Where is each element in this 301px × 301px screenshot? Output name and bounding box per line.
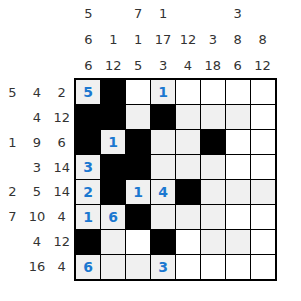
cell-r2c5[interactable] <box>176 105 200 129</box>
cell-r5c4[interactable]: 4 <box>151 180 175 204</box>
cell-r7c6[interactable] <box>201 230 225 254</box>
cell-r5c2[interactable] <box>101 180 125 204</box>
top-clue-c5-band3: 4 <box>176 52 201 78</box>
cell-r3c7[interactable] <box>226 130 250 154</box>
cell-r8c4[interactable]: 3 <box>151 255 175 279</box>
left-clue-r7-band2: 4 <box>25 229 50 254</box>
left-clue-r5-band2: 5 <box>25 180 50 205</box>
cell-r7c1[interactable] <box>76 230 100 254</box>
cell-r8c8[interactable] <box>251 255 275 279</box>
cell-r6c7[interactable] <box>226 205 250 229</box>
top-clue-c4-band3: 3 <box>151 52 176 78</box>
cell-r2c2[interactable] <box>101 105 125 129</box>
left-clue-r3-band1: 1 <box>0 130 25 155</box>
cell-r5c5[interactable] <box>176 180 200 204</box>
solved-digit: 4 <box>158 184 168 200</box>
left-clue-r5-band3: 14 <box>49 180 74 205</box>
cell-r4c2[interactable] <box>101 155 125 179</box>
solved-digit: 6 <box>83 259 93 275</box>
left-clue-r2-band3: 12 <box>49 105 74 130</box>
cell-r6c6[interactable] <box>201 205 225 229</box>
top-clue-c2-band2: 1 <box>101 26 126 52</box>
top-clue-c1-band2: 6 <box>76 26 101 52</box>
top-clue-c7-band3: 6 <box>225 52 250 78</box>
top-clue-c4-band1: 1 <box>151 0 176 26</box>
top-clue-c2-band3: 12 <box>101 52 126 78</box>
left-clue-r1-band2: 4 <box>25 80 50 105</box>
cell-r1c2[interactable] <box>101 80 125 104</box>
left-clue-r4-band2: 3 <box>25 155 50 180</box>
top-clue-c1-band3: 6 <box>76 52 101 78</box>
top-clue-c5-band2: 12 <box>176 26 201 52</box>
left-clue-r8-band1 <box>0 254 25 279</box>
solved-digit: 2 <box>83 184 93 200</box>
left-clue-r8-band2: 16 <box>25 254 50 279</box>
cell-r8c6[interactable] <box>201 255 225 279</box>
cell-r6c3[interactable] <box>126 205 150 229</box>
cell-r5c8[interactable] <box>251 180 275 204</box>
cell-r3c6[interactable] <box>201 130 225 154</box>
cell-r7c4[interactable] <box>151 230 175 254</box>
cell-r5c6[interactable] <box>201 180 225 204</box>
cell-r1c5[interactable] <box>176 80 200 104</box>
cell-r4c4[interactable] <box>151 155 175 179</box>
top-clue-c8-band2: 8 <box>250 26 275 52</box>
cell-r6c1[interactable]: 1 <box>76 205 100 229</box>
top-clue-c7-band2: 8 <box>225 26 250 52</box>
top-clue-c6-band3: 18 <box>200 52 225 78</box>
cell-r6c4[interactable] <box>151 205 175 229</box>
solved-digit: 3 <box>83 159 93 175</box>
solved-digit: 1 <box>83 209 93 225</box>
cell-r7c3[interactable] <box>126 230 150 254</box>
cell-r1c8[interactable] <box>251 80 275 104</box>
cell-r8c5[interactable] <box>176 255 200 279</box>
cell-r4c5[interactable] <box>176 155 200 179</box>
cell-r2c4[interactable] <box>151 105 175 129</box>
left-clue-r8-band3: 4 <box>49 254 74 279</box>
cell-r2c8[interactable] <box>251 105 275 129</box>
cell-r8c7[interactable] <box>226 255 250 279</box>
cell-r2c6[interactable] <box>201 105 225 129</box>
top-clue-c5-band1 <box>176 0 201 26</box>
cell-r5c7[interactable] <box>226 180 250 204</box>
cell-r2c1[interactable] <box>76 105 100 129</box>
left-clue-r2-band2: 4 <box>25 105 50 130</box>
cell-r4c1[interactable]: 3 <box>76 155 100 179</box>
solved-digit: 3 <box>158 259 168 275</box>
cell-r3c2[interactable]: 1 <box>101 130 125 154</box>
cell-r7c5[interactable] <box>176 230 200 254</box>
cell-r3c8[interactable] <box>251 130 275 154</box>
top-clue-c6-band1 <box>200 0 225 26</box>
solved-digit: 5 <box>83 84 93 100</box>
left-clue-r7-band3: 12 <box>49 229 74 254</box>
cell-r1c3[interactable] <box>126 80 150 104</box>
top-clue-c8-band3: 12 <box>250 52 275 78</box>
left-clue-r3-band2: 9 <box>25 130 50 155</box>
top-clue-c4-band2: 17 <box>151 26 176 52</box>
top-clue-c1-band1: 5 <box>76 0 101 26</box>
cell-r8c3[interactable] <box>126 255 150 279</box>
cell-r5c1[interactable]: 2 <box>76 180 100 204</box>
left-clue-r7-band1 <box>0 229 25 254</box>
cell-r4c6[interactable] <box>201 155 225 179</box>
cell-r4c3[interactable] <box>126 155 150 179</box>
cell-r3c1[interactable] <box>76 130 100 154</box>
top-clue-c3-band1: 7 <box>126 0 151 26</box>
top-clue-c3-band3: 5 <box>126 52 151 78</box>
cell-r1c4[interactable]: 1 <box>151 80 175 104</box>
cell-r8c1[interactable]: 6 <box>76 255 100 279</box>
cell-r3c4[interactable] <box>151 130 175 154</box>
top-clue-c7-band1: 3 <box>225 0 250 26</box>
left-clue-r6-band2: 10 <box>25 204 50 229</box>
cell-r1c7[interactable] <box>226 80 250 104</box>
left-clue-r2-band1 <box>0 105 25 130</box>
left-clue-r3-band3: 6 <box>49 130 74 155</box>
cell-r5c3[interactable]: 1 <box>126 180 150 204</box>
cell-r8c2[interactable] <box>101 255 125 279</box>
cell-r7c2[interactable] <box>101 230 125 254</box>
cell-r2c7[interactable] <box>226 105 250 129</box>
left-clue-r6-band3: 4 <box>49 204 74 229</box>
japanese-sums-puzzle: 5713611171238861253418612 54241219631425… <box>0 0 301 301</box>
cell-r4c8[interactable] <box>251 155 275 179</box>
cell-r6c2[interactable]: 6 <box>101 205 125 229</box>
left-clue-r4-band1 <box>0 155 25 180</box>
puzzle-board: 51132141663 <box>74 78 277 281</box>
cell-r2c3[interactable] <box>126 105 150 129</box>
solved-digit: 6 <box>108 209 118 225</box>
top-clue-c6-band2: 3 <box>200 26 225 52</box>
top-clue-c3-band2: 1 <box>126 26 151 52</box>
cell-r7c7[interactable] <box>226 230 250 254</box>
solved-digit: 1 <box>158 84 168 100</box>
cell-r7c8[interactable] <box>251 230 275 254</box>
cell-r3c3[interactable] <box>126 130 150 154</box>
solved-digit: 1 <box>133 184 143 200</box>
cell-r1c1[interactable]: 5 <box>76 80 100 104</box>
solved-digit: 1 <box>108 134 118 150</box>
cell-r6c8[interactable] <box>251 205 275 229</box>
cell-r4c7[interactable] <box>226 155 250 179</box>
left-clue-r1-band1: 5 <box>0 80 25 105</box>
left-clue-r6-band1: 7 <box>0 204 25 229</box>
cell-r3c5[interactable] <box>176 130 200 154</box>
top-clue-c8-band1 <box>250 0 275 26</box>
cell-r1c6[interactable] <box>201 80 225 104</box>
top-clue-c2-band1 <box>101 0 126 26</box>
left-clue-r5-band1: 2 <box>0 180 25 205</box>
left-row-clues: 54241219631425147104412164 <box>0 78 74 281</box>
cell-r6c5[interactable] <box>176 205 200 229</box>
left-clue-r4-band3: 14 <box>49 155 74 180</box>
top-column-clues: 5713611171238861253418612 <box>74 0 277 78</box>
left-clue-r1-band3: 2 <box>49 80 74 105</box>
